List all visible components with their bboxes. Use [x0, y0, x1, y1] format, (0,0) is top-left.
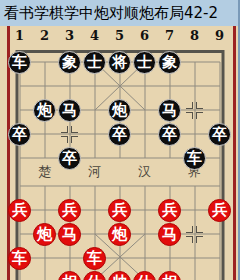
move-origin-marker [186, 226, 203, 243]
piece-red-兵[interactable]: 兵 [208, 199, 231, 222]
piece-red-兵[interactable]: 兵 [158, 199, 181, 222]
move-origin-marker [186, 102, 203, 119]
piece-red-炮[interactable]: 炮 [33, 223, 56, 246]
piece-black-车[interactable]: 车 [8, 51, 31, 74]
column-label-2: 2 [32, 28, 57, 43]
piece-red-马[interactable]: 马 [58, 223, 81, 246]
piece-black-卒[interactable]: 卒 [108, 123, 131, 146]
piece-black-炮[interactable]: 炮 [33, 99, 56, 122]
piece-red-帅[interactable]: 帅 [108, 271, 131, 280]
piece-red-炮[interactable]: 炮 [108, 223, 131, 246]
piece-black-将[interactable]: 将 [108, 51, 131, 74]
column-labels: 123456789 [7, 28, 232, 43]
column-label-7: 7 [157, 28, 182, 43]
piece-black-卒[interactable]: 卒 [208, 123, 231, 146]
piece-red-兵[interactable]: 兵 [58, 199, 81, 222]
piece-red-车[interactable]: 车 [8, 247, 31, 270]
column-label-8: 8 [182, 28, 207, 43]
piece-red-车[interactable]: 车 [83, 247, 106, 270]
column-label-6: 6 [132, 28, 157, 43]
piece-red-相[interactable]: 相 [58, 271, 81, 280]
column-label-5: 5 [107, 28, 132, 43]
piece-black-车[interactable]: 车 [183, 147, 206, 170]
window-right-edge [238, 0, 240, 280]
column-label-1: 1 [7, 28, 32, 43]
piece-red-仕[interactable]: 仕 [83, 271, 106, 280]
board-grid[interactable]: 车象士将士象炮马炮马卒卒卒卒卒车兵兵兵兵兵炮马炮马车车相仕帅仕相 [7, 50, 232, 280]
piece-black-炮[interactable]: 炮 [108, 99, 131, 122]
piece-black-卒[interactable]: 卒 [8, 123, 31, 146]
move-origin-marker [61, 126, 78, 143]
piece-red-仕[interactable]: 仕 [133, 271, 156, 280]
board-right-border [233, 26, 236, 280]
title-bar: 看书学棋学中炮对顺炮布局42-2 [0, 0, 240, 26]
piece-red-兵[interactable]: 兵 [108, 199, 131, 222]
piece-black-士[interactable]: 士 [83, 51, 106, 74]
piece-black-卒[interactable]: 卒 [158, 123, 181, 146]
piece-black-马[interactable]: 马 [58, 99, 81, 122]
column-label-4: 4 [82, 28, 107, 43]
piece-red-兵[interactable]: 兵 [8, 199, 31, 222]
column-label-3: 3 [57, 28, 82, 43]
window-title: 看书学棋学中炮对顺炮布局42-2 [4, 4, 238, 22]
piece-black-士[interactable]: 士 [133, 51, 156, 74]
piece-black-象[interactable]: 象 [58, 51, 81, 74]
piece-red-马[interactable]: 马 [158, 223, 181, 246]
piece-red-相[interactable]: 相 [158, 271, 181, 280]
piece-black-卒[interactable]: 卒 [58, 147, 81, 170]
column-label-9: 9 [207, 28, 232, 43]
piece-black-象[interactable]: 象 [158, 51, 181, 74]
piece-black-马[interactable]: 马 [158, 99, 181, 122]
